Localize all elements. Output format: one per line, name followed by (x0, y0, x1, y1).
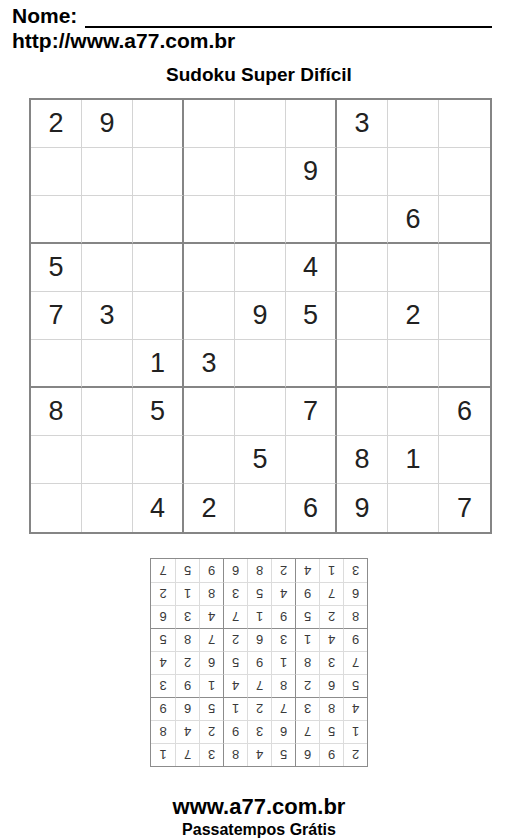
solution-cell-r3c5: 2 (247, 697, 271, 720)
solution-cell-r4c3: 2 (295, 674, 319, 697)
puzzle-cell-r1c5 (235, 100, 286, 148)
solution-cell-r5c4: 1 (271, 651, 295, 674)
solution-cell-r7c4: 9 (271, 605, 295, 628)
solution-cell-r5c7: 6 (199, 651, 223, 674)
solution-cell-r8c8: 1 (175, 582, 199, 605)
puzzle-cell-r4c4 (184, 244, 235, 292)
puzzle-cell-r6c8 (388, 340, 439, 388)
solution-cell-r2c6: 9 (223, 720, 247, 743)
puzzle-cell-r3c5 (235, 196, 286, 244)
puzzle-cell-r3c4 (184, 196, 235, 244)
puzzle-cell-r5c9 (439, 292, 490, 340)
solution-cell-r4c7: 1 (199, 674, 223, 697)
puzzle-cell-r9c2 (82, 484, 133, 532)
puzzle-cell-r3c6 (286, 196, 337, 244)
puzzle-cell-r1c9 (439, 100, 490, 148)
puzzle-cell-r3c2 (82, 196, 133, 244)
puzzle-cell-r8c5: 5 (235, 436, 286, 484)
solution-cell-r4c6: 4 (223, 674, 247, 697)
solution-cell-r7c8: 3 (175, 605, 199, 628)
puzzle-cell-r6c7 (337, 340, 388, 388)
solution-cell-r2c5: 3 (247, 720, 271, 743)
solution-cell-r7c9: 6 (151, 605, 175, 628)
solution-cell-r3c4: 7 (271, 697, 295, 720)
solution-cell-r4c5: 7 (247, 674, 271, 697)
puzzle-cell-r8c6 (286, 436, 337, 484)
puzzle-cell-r8c8: 1 (388, 436, 439, 484)
puzzle-cell-r5c7 (337, 292, 388, 340)
solution-cell-r9c8: 5 (175, 559, 199, 582)
solution-cell-r8c9: 2 (151, 582, 175, 605)
puzzle-cell-r6c6 (286, 340, 337, 388)
solution-cell-r2c4: 6 (271, 720, 295, 743)
name-label: Nome: (12, 3, 77, 28)
solution-cell-r5c5: 9 (247, 651, 271, 674)
puzzle-cell-r9c4: 2 (184, 484, 235, 532)
solution-cell-r8c7: 8 (199, 582, 223, 605)
solution-cell-r4c4: 8 (271, 674, 295, 697)
solution-cell-r8c6: 3 (223, 582, 247, 605)
solution-cell-r1c3: 6 (295, 743, 319, 766)
puzzle-cell-r4c6: 4 (286, 244, 337, 292)
puzzle-cell-r2c7 (337, 148, 388, 196)
solution-cell-r3c1: 4 (343, 697, 367, 720)
puzzle-cell-r7c5 (235, 388, 286, 436)
puzzle-cell-r6c2 (82, 340, 133, 388)
puzzle-cell-r6c3: 1 (133, 340, 184, 388)
puzzle-cell-r4c8 (388, 244, 439, 292)
footer-tagline: Passatempos Grátis (0, 820, 518, 840)
puzzle-cell-r7c4 (184, 388, 235, 436)
name-row: Nome: (12, 3, 492, 28)
puzzle-cell-r7c6: 7 (286, 388, 337, 436)
site-url: http://www.a77.com.br (12, 29, 518, 53)
solution-cell-r1c5: 4 (247, 743, 271, 766)
puzzle-cell-r5c5: 9 (235, 292, 286, 340)
solution-cell-r3c7: 5 (199, 697, 223, 720)
solution-cell-r8c4: 4 (271, 582, 295, 605)
puzzle-cell-r7c8 (388, 388, 439, 436)
puzzle-cell-r9c5 (235, 484, 286, 532)
puzzle-cell-r6c4: 3 (184, 340, 235, 388)
puzzle-cell-r2c3 (133, 148, 184, 196)
solution-cell-r1c4: 5 (271, 743, 295, 766)
solution-cell-r1c8: 7 (175, 743, 199, 766)
solution-cell-r5c1: 7 (343, 651, 367, 674)
solution-cell-r2c2: 5 (319, 720, 343, 743)
footer-site: www.a77.com.br (0, 794, 518, 819)
solution-cell-r1c2: 9 (319, 743, 343, 766)
solution-cell-r7c6: 7 (223, 605, 247, 628)
solution-cell-r9c4: 2 (271, 559, 295, 582)
solution-cell-r1c1: 2 (343, 743, 367, 766)
puzzle-cell-r9c3: 4 (133, 484, 184, 532)
solution-cell-r6c3: 1 (295, 628, 319, 651)
puzzle-cell-r9c6: 6 (286, 484, 337, 532)
puzzle-cell-r8c9 (439, 436, 490, 484)
puzzle-cell-r4c5 (235, 244, 286, 292)
puzzle-cell-r5c6: 5 (286, 292, 337, 340)
solution-cell-r2c9: 8 (151, 720, 175, 743)
solution-cell-r3c8: 6 (175, 697, 199, 720)
solution-cell-r2c1: 1 (343, 720, 367, 743)
puzzle-cell-r8c1 (31, 436, 82, 484)
solution-cell-r5c3: 8 (295, 651, 319, 674)
puzzle-cell-r9c7: 9 (337, 484, 388, 532)
solution-cell-r2c8: 4 (175, 720, 199, 743)
solution-cell-r5c6: 5 (223, 651, 247, 674)
puzzle-cell-r3c1 (31, 196, 82, 244)
solution-cell-r7c7: 4 (199, 605, 223, 628)
solution-cell-r9c3: 4 (295, 559, 319, 582)
puzzle-cell-r8c2 (82, 436, 133, 484)
solution-area: 2965483711576392484837215695628741937381… (0, 558, 518, 767)
solution-cell-r8c5: 5 (247, 582, 271, 605)
solution-cell-r7c2: 2 (319, 605, 343, 628)
solution-cell-r4c9: 3 (151, 674, 175, 697)
solution-cell-r2c7: 2 (199, 720, 223, 743)
solution-cell-r9c1: 3 (343, 559, 367, 582)
puzzle-cell-r7c2 (82, 388, 133, 436)
puzzle-cell-r3c8: 6 (388, 196, 439, 244)
puzzle-cell-r4c1: 5 (31, 244, 82, 292)
puzzle-cell-r1c2: 9 (82, 100, 133, 148)
solution-cell-r6c6: 2 (223, 628, 247, 651)
solution-cell-r5c2: 3 (319, 651, 343, 674)
puzzle-cell-r9c1 (31, 484, 82, 532)
puzzle-cell-r7c7 (337, 388, 388, 436)
puzzle-cell-r2c2 (82, 148, 133, 196)
solution-cell-r1c9: 1 (151, 743, 175, 766)
solution-cell-r5c9: 4 (151, 651, 175, 674)
puzzle-cell-r2c5 (235, 148, 286, 196)
solution-cell-r7c1: 8 (343, 605, 367, 628)
sudoku-print-sheet: Nome: http://www.a77.com.br Sudoku Super… (0, 3, 518, 840)
puzzle-cell-r5c8: 2 (388, 292, 439, 340)
solution-cell-r6c2: 4 (319, 628, 343, 651)
solution-cell-r4c1: 5 (343, 674, 367, 697)
puzzle-cell-r2c9 (439, 148, 490, 196)
solution-cell-r1c6: 8 (223, 743, 247, 766)
puzzle-cell-r1c1: 2 (31, 100, 82, 148)
puzzle-cell-r7c3: 5 (133, 388, 184, 436)
puzzle-cell-r5c3 (133, 292, 184, 340)
puzzle-cell-r8c3 (133, 436, 184, 484)
puzzle-cell-r9c8 (388, 484, 439, 532)
solution-cell-r8c1: 6 (343, 582, 367, 605)
page-title: Sudoku Super Difícil (0, 64, 518, 86)
puzzle-cell-r1c4 (184, 100, 235, 148)
puzzle-cell-r5c4 (184, 292, 235, 340)
puzzle-cell-r7c9: 6 (439, 388, 490, 436)
solution-cell-r9c7: 9 (199, 559, 223, 582)
puzzle-cell-r6c5 (235, 340, 286, 388)
puzzle-cell-r2c8 (388, 148, 439, 196)
puzzle-cell-r4c7 (337, 244, 388, 292)
solution-cell-r3c2: 8 (319, 697, 343, 720)
solution-cell-r6c7: 7 (199, 628, 223, 651)
puzzle-cell-r3c3 (133, 196, 184, 244)
puzzle-cell-r2c4 (184, 148, 235, 196)
puzzle-cell-r8c7: 8 (337, 436, 388, 484)
solution-cell-r1c7: 3 (199, 743, 223, 766)
sudoku-puzzle-grid: 29396547395213857658142697 (29, 98, 492, 534)
footer: www.a77.com.br Passatempos Grátis (0, 794, 518, 840)
puzzle-cell-r5c1: 7 (31, 292, 82, 340)
puzzle-cell-r7c1: 8 (31, 388, 82, 436)
solution-cell-r6c8: 8 (175, 628, 199, 651)
solution-cell-r9c2: 1 (319, 559, 343, 582)
solution-cell-r3c9: 9 (151, 697, 175, 720)
solution-cell-r9c5: 8 (247, 559, 271, 582)
puzzle-cell-r9c9: 7 (439, 484, 490, 532)
solution-cell-r9c9: 7 (151, 559, 175, 582)
solution-cell-r6c4: 3 (271, 628, 295, 651)
solution-cell-r8c3: 9 (295, 582, 319, 605)
solution-cell-r6c1: 9 (343, 628, 367, 651)
puzzle-cell-r5c2: 3 (82, 292, 133, 340)
puzzle-cell-r8c4 (184, 436, 235, 484)
puzzle-cell-r6c9 (439, 340, 490, 388)
solution-cell-r3c3: 3 (295, 697, 319, 720)
puzzle-cell-r3c7 (337, 196, 388, 244)
solution-cell-r5c8: 2 (175, 651, 199, 674)
solution-cell-r2c3: 7 (295, 720, 319, 743)
solution-cell-r3c6: 1 (223, 697, 247, 720)
sudoku-solution-grid-rotated: 2965483711576392484837215695628741937381… (150, 558, 368, 767)
puzzle-cell-r4c2 (82, 244, 133, 292)
puzzle-cell-r2c1 (31, 148, 82, 196)
puzzle-cell-r1c6 (286, 100, 337, 148)
solution-cell-r6c5: 6 (247, 628, 271, 651)
puzzle-cell-r1c3 (133, 100, 184, 148)
solution-cell-r9c6: 6 (223, 559, 247, 582)
solution-cell-r7c5: 1 (247, 605, 271, 628)
puzzle-cell-r6c1 (31, 340, 82, 388)
puzzle-cell-r1c7: 3 (337, 100, 388, 148)
puzzle-cell-r3c9 (439, 196, 490, 244)
solution-cell-r4c2: 6 (319, 674, 343, 697)
puzzle-cell-r4c3 (133, 244, 184, 292)
puzzle-cell-r2c6: 9 (286, 148, 337, 196)
solution-cell-r6c9: 5 (151, 628, 175, 651)
puzzle-cell-r4c9 (439, 244, 490, 292)
puzzle-cell-r1c8 (388, 100, 439, 148)
solution-cell-r4c8: 9 (175, 674, 199, 697)
solution-cell-r8c2: 7 (319, 582, 343, 605)
name-blank-line (85, 7, 492, 28)
solution-cell-r7c3: 5 (295, 605, 319, 628)
